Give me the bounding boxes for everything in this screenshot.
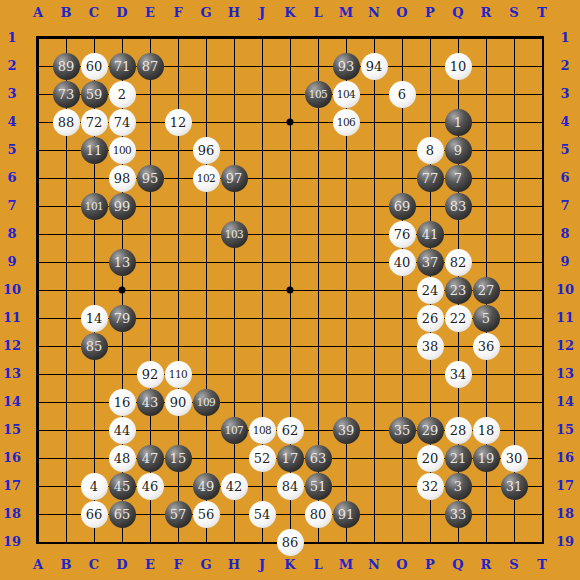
stone-white-16-D14[interactable]: 16: [109, 389, 136, 416]
stone-white-96-G5[interactable]: 96: [193, 137, 220, 164]
row-label-15: 15: [0, 416, 24, 444]
col-label-T: T: [528, 552, 556, 580]
stone-black-27-R10[interactable]: 27: [473, 277, 500, 304]
col-label-H: H: [220, 552, 248, 580]
stone-white-52-J16[interactable]: 52: [249, 445, 276, 472]
row-label-16: 16: [0, 444, 24, 472]
stone-white-104-M3[interactable]: 104: [333, 81, 360, 108]
stone-black-105-L3[interactable]: 105: [305, 81, 332, 108]
stone-black-17-K16[interactable]: 17: [277, 445, 304, 472]
stone-white-44-D15[interactable]: 44: [109, 417, 136, 444]
stone-black-11-C5[interactable]: 11: [81, 137, 108, 164]
col-label-H: H: [220, 0, 248, 24]
col-label-F: F: [164, 0, 192, 24]
stones-layer[interactable]: 8960718793941073592105104688727412106111…: [24, 24, 556, 556]
stone-white-56-G18[interactable]: 56: [193, 501, 220, 528]
row-label-13: 13: [0, 360, 24, 388]
row-label-6: 6: [0, 164, 24, 192]
stone-black-47-E16[interactable]: 47: [137, 445, 164, 472]
stone-white-48-D16[interactable]: 48: [109, 445, 136, 472]
row-label-9: 9: [0, 248, 24, 276]
stone-white-86-K19[interactable]: 86: [277, 529, 304, 556]
stone-white-62-K15[interactable]: 62: [277, 417, 304, 444]
stone-black-29-P15[interactable]: 29: [417, 417, 444, 444]
stone-black-109-G14[interactable]: 109: [193, 389, 220, 416]
stone-black-107-H15[interactable]: 107: [221, 417, 248, 444]
stone-white-12-F4[interactable]: 12: [165, 109, 192, 136]
col-label-B: B: [52, 0, 80, 24]
stone-black-57-F18[interactable]: 57: [165, 501, 192, 528]
stone-white-74-D4[interactable]: 74: [109, 109, 136, 136]
row-label-7: 7: [0, 192, 24, 220]
col-label-G: G: [192, 0, 220, 24]
row-label-8: 8: [0, 220, 24, 248]
row-label-3: 3: [0, 80, 24, 108]
stone-white-20-P16[interactable]: 20: [417, 445, 444, 472]
stone-black-69-O7[interactable]: 69: [389, 193, 416, 220]
stone-black-15-F16[interactable]: 15: [165, 445, 192, 472]
col-label-G: G: [192, 552, 220, 580]
stone-black-39-M15[interactable]: 39: [333, 417, 360, 444]
stone-black-85-C12[interactable]: 85: [81, 333, 108, 360]
col-label-D: D: [108, 0, 136, 24]
col-label-C: C: [80, 552, 108, 580]
col-label-K: K: [276, 552, 304, 580]
stone-black-95-E6[interactable]: 95: [137, 165, 164, 192]
stone-white-94-N2[interactable]: 94: [361, 53, 388, 80]
stone-white-108-J15[interactable]: 108: [249, 417, 276, 444]
col-label-N: N: [360, 552, 388, 580]
stone-black-31-S17[interactable]: 31: [501, 473, 528, 500]
stone-white-2-D3[interactable]: 2: [109, 81, 136, 108]
stone-black-77-P6[interactable]: 77: [417, 165, 444, 192]
stone-white-72-C4[interactable]: 72: [81, 109, 108, 136]
column-labels-bottom: ABCDEFGHJKLMNOPQRST: [24, 552, 556, 580]
stone-black-19-R16[interactable]: 19: [473, 445, 500, 472]
stone-white-54-J18[interactable]: 54: [249, 501, 276, 528]
col-label-R: R: [472, 552, 500, 580]
stone-black-1-Q4[interactable]: 1: [445, 109, 472, 136]
col-label-S: S: [500, 0, 528, 24]
stone-white-32-P17[interactable]: 32: [417, 473, 444, 500]
stone-white-6-O3[interactable]: 6: [389, 81, 416, 108]
stone-white-14-C11[interactable]: 14: [81, 305, 108, 332]
col-label-C: C: [80, 0, 108, 24]
stone-white-30-S16[interactable]: 30: [501, 445, 528, 472]
col-label-S: S: [500, 552, 528, 580]
col-label-K: K: [276, 0, 304, 24]
stone-white-80-L18[interactable]: 80: [305, 501, 332, 528]
col-label-E: E: [136, 552, 164, 580]
stone-black-35-O15[interactable]: 35: [389, 417, 416, 444]
stone-black-37-P9[interactable]: 37: [417, 249, 444, 276]
stone-white-106-M4[interactable]: 106: [333, 109, 360, 136]
stone-black-45-D17[interactable]: 45: [109, 473, 136, 500]
stone-black-23-Q10[interactable]: 23: [445, 277, 472, 304]
stone-white-8-P5[interactable]: 8: [417, 137, 444, 164]
stone-black-43-E14[interactable]: 43: [137, 389, 164, 416]
col-label-T: T: [528, 0, 556, 24]
col-label-B: B: [52, 552, 80, 580]
stone-white-90-F14[interactable]: 90: [165, 389, 192, 416]
stone-black-73-B3[interactable]: 73: [53, 81, 80, 108]
col-label-E: E: [136, 0, 164, 24]
column-labels-top: ABCDEFGHJKLMNOPQRST: [24, 0, 556, 24]
col-label-M: M: [332, 0, 360, 24]
stone-white-42-H17[interactable]: 42: [221, 473, 248, 500]
stone-white-88-B4[interactable]: 88: [53, 109, 80, 136]
stone-black-93-M2[interactable]: 93: [333, 53, 360, 80]
row-labels-left: 12345678910111213141516171819: [0, 24, 24, 556]
stone-black-83-Q7[interactable]: 83: [445, 193, 472, 220]
stone-black-9-Q5[interactable]: 9: [445, 137, 472, 164]
col-label-Q: Q: [444, 0, 472, 24]
stone-black-41-P8[interactable]: 41: [417, 221, 444, 248]
stone-black-59-C3[interactable]: 59: [81, 81, 108, 108]
stone-black-71-D2[interactable]: 71: [109, 53, 136, 80]
col-label-L: L: [304, 0, 332, 24]
col-label-J: J: [248, 0, 276, 24]
stone-black-51-L17[interactable]: 51: [305, 473, 332, 500]
col-label-R: R: [472, 0, 500, 24]
row-label-14: 14: [0, 388, 24, 416]
stone-black-91-M18[interactable]: 91: [333, 501, 360, 528]
stone-white-18-R15[interactable]: 18: [473, 417, 500, 444]
stone-white-40-O9[interactable]: 40: [389, 249, 416, 276]
stone-black-33-Q18[interactable]: 33: [445, 501, 472, 528]
row-label-18: 18: [0, 500, 24, 528]
col-label-A: A: [24, 552, 52, 580]
stone-white-84-K17[interactable]: 84: [277, 473, 304, 500]
stone-white-102-G6[interactable]: 102: [193, 165, 220, 192]
row-label-12: 12: [0, 332, 24, 360]
col-label-A: A: [24, 0, 52, 24]
stone-black-103-H8[interactable]: 103: [221, 221, 248, 248]
stone-white-60-C2[interactable]: 60: [81, 53, 108, 80]
stone-white-28-Q15[interactable]: 28: [445, 417, 472, 444]
stone-black-87-E2[interactable]: 87: [137, 53, 164, 80]
stone-black-99-D7[interactable]: 99: [109, 193, 136, 220]
stone-white-92-E13[interactable]: 92: [137, 361, 164, 388]
stone-black-21-Q16[interactable]: 21: [445, 445, 472, 472]
stone-white-100-D5[interactable]: 100: [109, 137, 136, 164]
stone-black-5-R11[interactable]: 5: [473, 305, 500, 332]
row-label-19: 19: [0, 528, 24, 556]
row-label-10: 10: [0, 276, 24, 304]
stone-white-76-O8[interactable]: 76: [389, 221, 416, 248]
row-label-4: 4: [0, 108, 24, 136]
stone-white-10-Q2[interactable]: 10: [445, 53, 472, 80]
stone-white-38-P12[interactable]: 38: [417, 333, 444, 360]
col-label-D: D: [108, 552, 136, 580]
row-label-17: 17: [0, 472, 24, 500]
stone-white-34-Q13[interactable]: 34: [445, 361, 472, 388]
stone-white-98-D6[interactable]: 98: [109, 165, 136, 192]
stone-black-101-C7[interactable]: 101: [81, 193, 108, 220]
stone-black-79-D11[interactable]: 79: [109, 305, 136, 332]
stone-white-82-Q9[interactable]: 82: [445, 249, 472, 276]
row-label-11: 11: [0, 304, 24, 332]
col-label-M: M: [332, 552, 360, 580]
stone-black-97-H6[interactable]: 97: [221, 165, 248, 192]
col-label-O: O: [388, 0, 416, 24]
stone-white-4-C17[interactable]: 4: [81, 473, 108, 500]
stone-white-66-C18[interactable]: 66: [81, 501, 108, 528]
row-label-1: 1: [0, 24, 24, 52]
stone-black-3-Q17[interactable]: 3: [445, 473, 472, 500]
col-label-O: O: [388, 552, 416, 580]
stone-black-13-D9[interactable]: 13: [109, 249, 136, 276]
col-label-F: F: [164, 552, 192, 580]
stone-white-24-P10[interactable]: 24: [417, 277, 444, 304]
col-label-P: P: [416, 552, 444, 580]
stone-white-46-E17[interactable]: 46: [137, 473, 164, 500]
col-label-P: P: [416, 0, 444, 24]
stone-white-36-R12[interactable]: 36: [473, 333, 500, 360]
stone-white-110-F13[interactable]: 110: [165, 361, 192, 388]
go-board[interactable]: ABCDEFGHJKLMNOPQRST ABCDEFGHJKLMNOPQRST …: [0, 0, 580, 580]
stone-black-89-B2[interactable]: 89: [53, 53, 80, 80]
stone-black-7-Q6[interactable]: 7: [445, 165, 472, 192]
row-label-5: 5: [0, 136, 24, 164]
col-label-L: L: [304, 552, 332, 580]
stone-white-22-Q11[interactable]: 22: [445, 305, 472, 332]
row-label-2: 2: [0, 52, 24, 80]
stone-black-65-D18[interactable]: 65: [109, 501, 136, 528]
col-label-J: J: [248, 552, 276, 580]
stone-black-49-G17[interactable]: 49: [193, 473, 220, 500]
col-label-N: N: [360, 0, 388, 24]
stone-black-63-L16[interactable]: 63: [305, 445, 332, 472]
col-label-Q: Q: [444, 552, 472, 580]
stone-white-26-P11[interactable]: 26: [417, 305, 444, 332]
